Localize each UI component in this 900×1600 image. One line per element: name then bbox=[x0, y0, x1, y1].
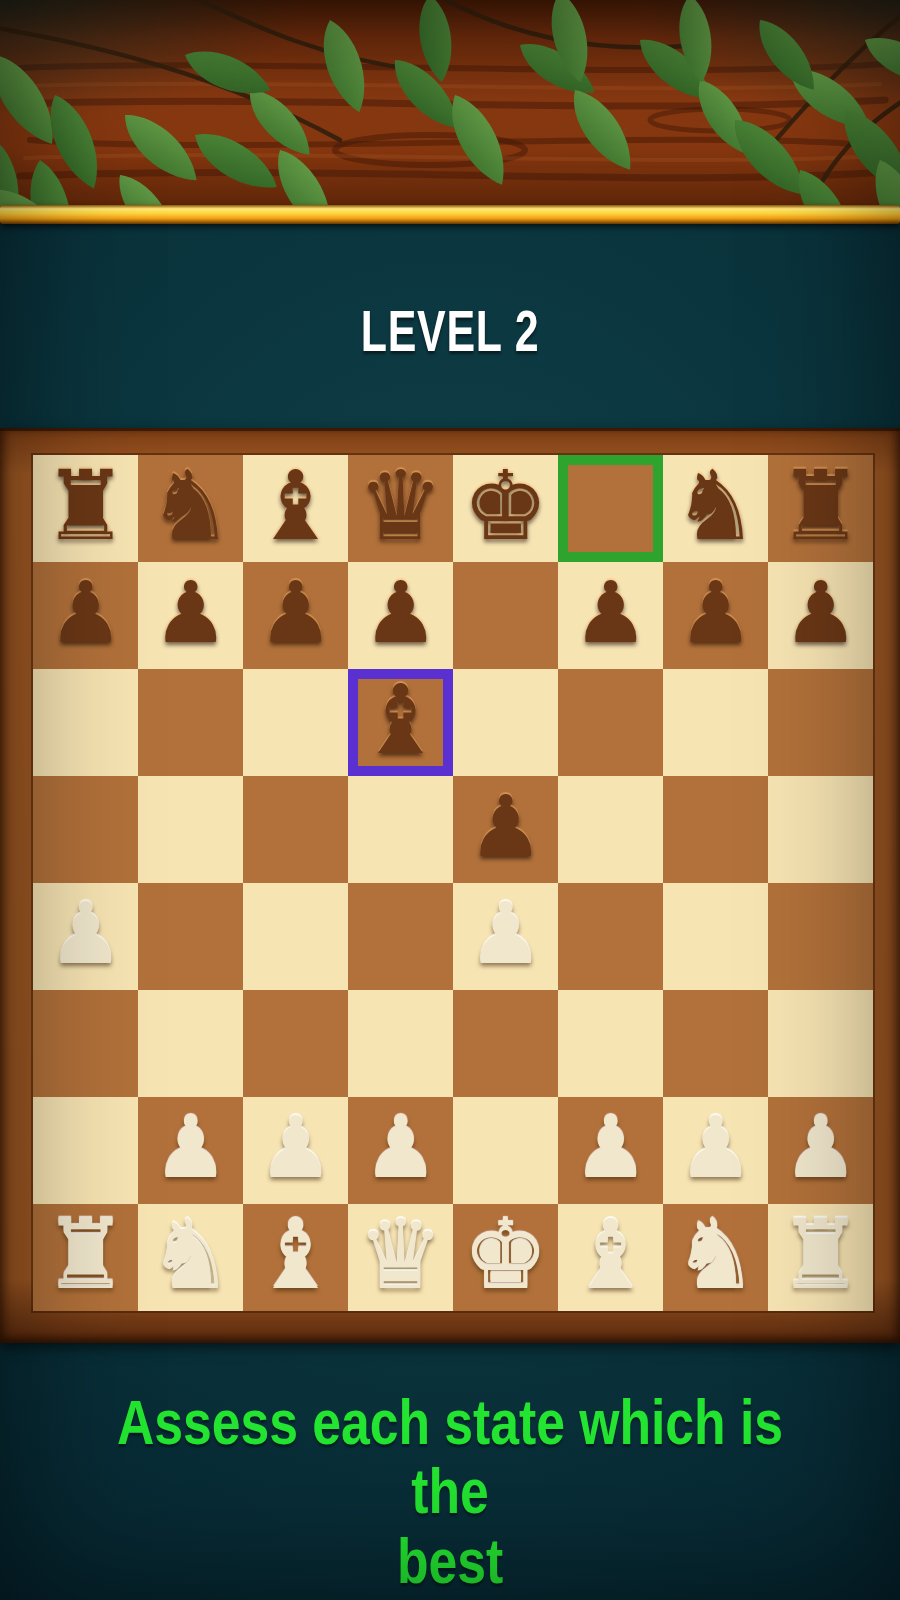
square-f6[interactable] bbox=[558, 669, 663, 776]
square-g7[interactable]: ♟ bbox=[663, 562, 768, 669]
square-a3[interactable] bbox=[33, 990, 138, 1097]
square-a6[interactable] bbox=[33, 669, 138, 776]
white-pawn[interactable]: ♟ bbox=[362, 1105, 438, 1190]
square-c7[interactable]: ♟ bbox=[243, 562, 348, 669]
square-d8[interactable]: ♛ bbox=[348, 455, 453, 562]
square-g2[interactable]: ♟ bbox=[663, 1097, 768, 1204]
square-d7[interactable]: ♟ bbox=[348, 562, 453, 669]
header-wood-plank bbox=[0, 0, 900, 206]
black-bishop[interactable]: ♝ bbox=[252, 458, 338, 554]
square-d2[interactable]: ♟ bbox=[348, 1097, 453, 1204]
chess-level-screen: LEVEL 2 ♜♞♝♛♚♞♜♟♟♟♟♟♟♟♝♟♟♟♟♟♟♟♟♟♜♞♝♛♚♝♞♜… bbox=[0, 0, 900, 1600]
square-h3[interactable] bbox=[768, 990, 873, 1097]
square-d4[interactable] bbox=[348, 883, 453, 990]
black-pawn[interactable]: ♟ bbox=[467, 784, 543, 869]
square-h5[interactable] bbox=[768, 776, 873, 883]
square-g1[interactable]: ♞ bbox=[663, 1204, 768, 1311]
square-g5[interactable] bbox=[663, 776, 768, 883]
square-f4[interactable] bbox=[558, 883, 663, 990]
white-pawn[interactable]: ♟ bbox=[257, 1105, 333, 1190]
white-knight[interactable]: ♞ bbox=[147, 1207, 233, 1303]
square-f7[interactable]: ♟ bbox=[558, 562, 663, 669]
black-pawn[interactable]: ♟ bbox=[257, 570, 333, 655]
white-pawn[interactable]: ♟ bbox=[572, 1105, 648, 1190]
instruction-line-2: best bbox=[81, 1527, 819, 1596]
chess-board[interactable]: ♜♞♝♛♚♞♜♟♟♟♟♟♟♟♝♟♟♟♟♟♟♟♟♟♜♞♝♛♚♝♞♜ bbox=[33, 455, 873, 1311]
square-d5[interactable] bbox=[348, 776, 453, 883]
white-pawn[interactable]: ♟ bbox=[782, 1105, 858, 1190]
square-a1[interactable]: ♜ bbox=[33, 1204, 138, 1311]
square-f2[interactable]: ♟ bbox=[558, 1097, 663, 1204]
white-pawn[interactable]: ♟ bbox=[467, 891, 543, 976]
white-pawn[interactable]: ♟ bbox=[47, 891, 123, 976]
white-bishop[interactable]: ♝ bbox=[567, 1207, 653, 1303]
black-knight[interactable]: ♞ bbox=[672, 458, 758, 554]
square-b8[interactable]: ♞ bbox=[138, 455, 243, 562]
square-a8[interactable]: ♜ bbox=[33, 455, 138, 562]
square-h6[interactable] bbox=[768, 669, 873, 776]
chess-board-frame: ♜♞♝♛♚♞♜♟♟♟♟♟♟♟♝♟♟♟♟♟♟♟♟♟♜♞♝♛♚♝♞♜ bbox=[0, 428, 900, 1343]
black-queen[interactable]: ♛ bbox=[357, 458, 443, 554]
square-b4[interactable] bbox=[138, 883, 243, 990]
square-g4[interactable] bbox=[663, 883, 768, 990]
black-pawn[interactable]: ♟ bbox=[362, 570, 438, 655]
square-c5[interactable] bbox=[243, 776, 348, 883]
black-rook[interactable]: ♜ bbox=[42, 458, 128, 554]
square-f5[interactable] bbox=[558, 776, 663, 883]
square-d6[interactable]: ♝ bbox=[348, 669, 453, 776]
square-c4[interactable] bbox=[243, 883, 348, 990]
square-g3[interactable] bbox=[663, 990, 768, 1097]
white-rook[interactable]: ♜ bbox=[777, 1207, 863, 1303]
square-c8[interactable]: ♝ bbox=[243, 455, 348, 562]
black-pawn[interactable]: ♟ bbox=[572, 570, 648, 655]
square-e3[interactable] bbox=[453, 990, 558, 1097]
square-h8[interactable]: ♜ bbox=[768, 455, 873, 562]
level-title: LEVEL 2 bbox=[117, 297, 783, 364]
square-a7[interactable]: ♟ bbox=[33, 562, 138, 669]
square-d3[interactable] bbox=[348, 990, 453, 1097]
square-e1[interactable]: ♚ bbox=[453, 1204, 558, 1311]
white-bishop[interactable]: ♝ bbox=[252, 1207, 338, 1303]
square-c6[interactable] bbox=[243, 669, 348, 776]
black-king[interactable]: ♚ bbox=[462, 458, 548, 554]
black-rook[interactable]: ♜ bbox=[777, 458, 863, 554]
square-e7[interactable] bbox=[453, 562, 558, 669]
square-b7[interactable]: ♟ bbox=[138, 562, 243, 669]
square-b1[interactable]: ♞ bbox=[138, 1204, 243, 1311]
square-e8[interactable]: ♚ bbox=[453, 455, 558, 562]
black-knight[interactable]: ♞ bbox=[147, 458, 233, 554]
square-a2[interactable] bbox=[33, 1097, 138, 1204]
square-b6[interactable] bbox=[138, 669, 243, 776]
square-h2[interactable]: ♟ bbox=[768, 1097, 873, 1204]
instruction-text: Assess each state which is the best bbox=[81, 1388, 819, 1596]
square-g6[interactable] bbox=[663, 669, 768, 776]
square-e6[interactable] bbox=[453, 669, 558, 776]
instruction-line-1: Assess each state which is the bbox=[81, 1388, 819, 1527]
square-h7[interactable]: ♟ bbox=[768, 562, 873, 669]
black-pawn[interactable]: ♟ bbox=[677, 570, 753, 655]
square-h1[interactable]: ♜ bbox=[768, 1204, 873, 1311]
white-queen[interactable]: ♛ bbox=[357, 1207, 443, 1303]
leaves-decoration bbox=[0, 0, 900, 206]
white-knight[interactable]: ♞ bbox=[672, 1207, 758, 1303]
white-king[interactable]: ♚ bbox=[462, 1207, 548, 1303]
black-pawn[interactable]: ♟ bbox=[152, 570, 228, 655]
square-g8[interactable]: ♞ bbox=[663, 455, 768, 562]
square-a5[interactable] bbox=[33, 776, 138, 883]
black-pawn[interactable]: ♟ bbox=[782, 570, 858, 655]
white-rook[interactable]: ♜ bbox=[42, 1207, 128, 1303]
square-f1[interactable]: ♝ bbox=[558, 1204, 663, 1311]
square-c2[interactable]: ♟ bbox=[243, 1097, 348, 1204]
square-e5[interactable]: ♟ bbox=[453, 776, 558, 883]
square-b3[interactable] bbox=[138, 990, 243, 1097]
square-f8[interactable] bbox=[558, 455, 663, 562]
black-pawn[interactable]: ♟ bbox=[47, 570, 123, 655]
white-pawn[interactable]: ♟ bbox=[677, 1105, 753, 1190]
square-e2[interactable] bbox=[453, 1097, 558, 1204]
gold-divider-bar bbox=[0, 205, 900, 224]
square-d1[interactable]: ♛ bbox=[348, 1204, 453, 1311]
square-e4[interactable]: ♟ bbox=[453, 883, 558, 990]
square-c1[interactable]: ♝ bbox=[243, 1204, 348, 1311]
square-h4[interactable] bbox=[768, 883, 873, 990]
square-c3[interactable] bbox=[243, 990, 348, 1097]
square-b2[interactable]: ♟ bbox=[138, 1097, 243, 1204]
square-b5[interactable] bbox=[138, 776, 243, 883]
black-bishop[interactable]: ♝ bbox=[357, 672, 443, 768]
square-a4[interactable]: ♟ bbox=[33, 883, 138, 990]
white-pawn[interactable]: ♟ bbox=[152, 1105, 228, 1190]
square-f3[interactable] bbox=[558, 990, 663, 1097]
